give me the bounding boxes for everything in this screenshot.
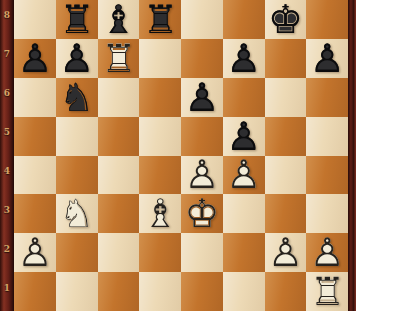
square-d7[interactable] [139, 39, 181, 78]
square-b3[interactable]: ♞♘ [56, 194, 98, 233]
square-a7[interactable]: ♟♙ [14, 39, 56, 78]
chess-board: ♜♖♝♗♜♖♚♔♟♙♟♙♜♖♟♙♟♙♞♘♟♙♟♙♟♙♟♙♞♘♝♗♚♔♟♙♟♙♟♙… [14, 0, 348, 311]
square-f4[interactable]: ♟♙ [223, 156, 265, 195]
black-rook-b8: ♜♖ [56, 0, 98, 39]
square-h8[interactable] [306, 0, 348, 39]
square-g7[interactable] [265, 39, 307, 78]
black-king-g8: ♚♔ [265, 0, 307, 39]
black-pawn-f5: ♟♙ [223, 117, 265, 156]
square-h6[interactable] [306, 78, 348, 117]
square-c1[interactable] [98, 272, 140, 311]
rank-labels-strip: 8 7 6 5 4 3 2 1 [0, 0, 14, 311]
square-d5[interactable] [139, 117, 181, 156]
square-f7[interactable]: ♟♙ [223, 39, 265, 78]
square-h1[interactable]: ♜♖ [306, 272, 348, 311]
rank-label-7: 7 [0, 39, 14, 78]
square-e6[interactable]: ♟♙ [181, 78, 223, 117]
square-h3[interactable] [306, 194, 348, 233]
square-g8[interactable]: ♚♔ [265, 0, 307, 39]
rank-label-1: 1 [0, 272, 14, 311]
square-e2[interactable] [181, 233, 223, 272]
square-a5[interactable] [14, 117, 56, 156]
square-a4[interactable] [14, 156, 56, 195]
white-rook-h1: ♜♖ [306, 272, 348, 311]
board-right-border [348, 0, 356, 311]
rank-label-6: 6 [0, 78, 14, 117]
square-c7[interactable]: ♜♖ [98, 39, 140, 78]
square-e3[interactable]: ♚♔ [181, 194, 223, 233]
square-f6[interactable] [223, 78, 265, 117]
square-c8[interactable]: ♝♗ [98, 0, 140, 39]
white-pawn-g2: ♟♙ [265, 233, 307, 272]
square-b1[interactable] [56, 272, 98, 311]
white-bishop-d3: ♝♗ [139, 194, 181, 233]
square-b2[interactable] [56, 233, 98, 272]
black-pawn-b7: ♟♙ [56, 39, 98, 78]
square-c5[interactable] [98, 117, 140, 156]
square-g2[interactable]: ♟♙ [265, 233, 307, 272]
square-e5[interactable] [181, 117, 223, 156]
square-b6[interactable]: ♞♘ [56, 78, 98, 117]
square-e7[interactable] [181, 39, 223, 78]
square-f3[interactable] [223, 194, 265, 233]
black-knight-b6: ♞♘ [56, 78, 98, 117]
rank-label-5: 5 [0, 117, 14, 156]
rank-label-8: 8 [0, 0, 14, 39]
square-c6[interactable] [98, 78, 140, 117]
square-e1[interactable] [181, 272, 223, 311]
square-b5[interactable] [56, 117, 98, 156]
square-h7[interactable]: ♟♙ [306, 39, 348, 78]
white-king-e3: ♚♔ [181, 194, 223, 233]
square-d8[interactable]: ♜♖ [139, 0, 181, 39]
square-f1[interactable] [223, 272, 265, 311]
black-pawn-h7: ♟♙ [306, 39, 348, 78]
rank-label-4: 4 [0, 156, 14, 195]
square-c2[interactable] [98, 233, 140, 272]
white-knight-b3: ♞♘ [56, 194, 98, 233]
square-a3[interactable] [14, 194, 56, 233]
square-h2[interactable]: ♟♙ [306, 233, 348, 272]
square-f5[interactable]: ♟♙ [223, 117, 265, 156]
white-rook-c7: ♜♖ [98, 39, 140, 78]
square-g5[interactable] [265, 117, 307, 156]
square-a1[interactable] [14, 272, 56, 311]
square-a2[interactable]: ♟♙ [14, 233, 56, 272]
white-pawn-h2: ♟♙ [306, 233, 348, 272]
square-c4[interactable] [98, 156, 140, 195]
chess-diagram: 8 7 6 5 4 3 2 1 ♜♖♝♗♜♖♚♔♟♙♟♙♜♖♟♙♟♙♞♘♟♙♟♙… [0, 0, 414, 311]
square-a6[interactable] [14, 78, 56, 117]
square-h4[interactable] [306, 156, 348, 195]
square-d6[interactable] [139, 78, 181, 117]
square-f2[interactable] [223, 233, 265, 272]
square-c3[interactable] [98, 194, 140, 233]
square-e8[interactable] [181, 0, 223, 39]
square-d3[interactable]: ♝♗ [139, 194, 181, 233]
square-d4[interactable] [139, 156, 181, 195]
white-pawn-a2: ♟♙ [14, 233, 56, 272]
square-b7[interactable]: ♟♙ [56, 39, 98, 78]
square-g4[interactable] [265, 156, 307, 195]
black-pawn-e6: ♟♙ [181, 78, 223, 117]
white-pawn-e4: ♟♙ [181, 156, 223, 195]
square-h5[interactable] [306, 117, 348, 156]
black-bishop-c8: ♝♗ [98, 0, 140, 39]
black-rook-d8: ♜♖ [139, 0, 181, 39]
square-b4[interactable] [56, 156, 98, 195]
square-b8[interactable]: ♜♖ [56, 0, 98, 39]
black-pawn-a7: ♟♙ [14, 39, 56, 78]
black-pawn-f7: ♟♙ [223, 39, 265, 78]
square-a8[interactable] [14, 0, 56, 39]
square-d2[interactable] [139, 233, 181, 272]
white-pawn-f4: ♟♙ [223, 156, 265, 195]
board-frame: 8 7 6 5 4 3 2 1 ♜♖♝♗♜♖♚♔♟♙♟♙♜♖♟♙♟♙♞♘♟♙♟♙… [0, 0, 356, 311]
rank-label-3: 3 [0, 194, 14, 233]
square-g1[interactable] [265, 272, 307, 311]
square-f8[interactable] [223, 0, 265, 39]
square-g3[interactable] [265, 194, 307, 233]
rank-label-2: 2 [0, 233, 14, 272]
square-e4[interactable]: ♟♙ [181, 156, 223, 195]
square-g6[interactable] [265, 78, 307, 117]
square-d1[interactable] [139, 272, 181, 311]
